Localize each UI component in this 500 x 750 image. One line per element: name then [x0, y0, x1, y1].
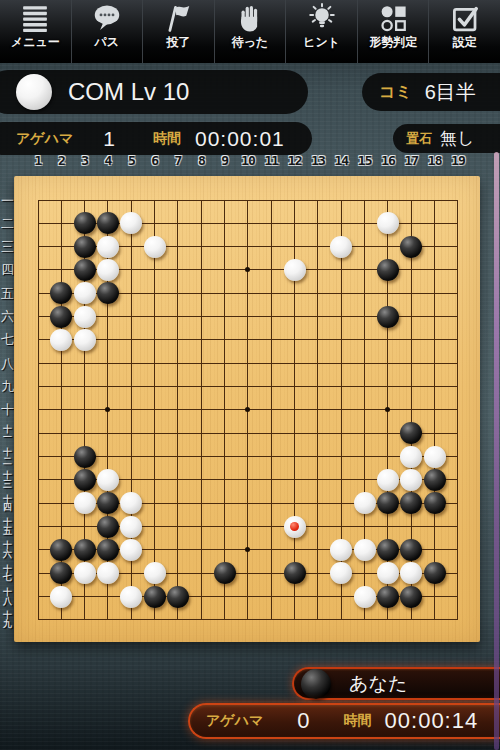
row-label: 十四	[0, 492, 15, 514]
stone-black	[74, 212, 96, 234]
row-label: 一	[0, 189, 15, 211]
stone-black	[74, 259, 96, 281]
row-label: 十一	[0, 422, 15, 444]
col-label: 8	[189, 153, 213, 173]
resign-button-label: 投了	[166, 34, 190, 51]
star-point	[245, 547, 250, 552]
col-label: 7	[166, 153, 190, 173]
stone-white	[284, 516, 306, 538]
stone-white	[74, 282, 96, 304]
row-label: 六	[0, 306, 15, 328]
stone-white	[74, 562, 96, 584]
star-point	[105, 407, 110, 412]
black-stone-icon	[301, 669, 331, 699]
stone-black	[400, 539, 422, 561]
stone-white	[97, 469, 119, 491]
stone-black	[284, 562, 306, 584]
stone-white	[144, 562, 166, 584]
stone-white	[400, 562, 422, 584]
stone-black	[74, 539, 96, 561]
undo-button[interactable]: 待った	[214, 0, 286, 63]
stone-white	[74, 306, 96, 328]
black-player-bar: あなた	[292, 667, 500, 700]
row-label: 十七	[0, 562, 15, 584]
black-time-label: 時間	[344, 712, 372, 730]
stone-black	[377, 586, 399, 608]
row-label: 十	[0, 399, 15, 421]
komi-bar: コミ 6目半	[362, 73, 500, 111]
col-label: 5	[119, 153, 143, 173]
hint-button-label: ヒント	[303, 34, 340, 51]
stone-white	[400, 446, 422, 468]
pass-button-label: パス	[95, 34, 120, 51]
star-point	[245, 267, 250, 272]
menu-button-label: メニュー	[11, 34, 60, 51]
row-label: 十五	[0, 516, 15, 538]
star-point	[245, 407, 250, 412]
stone-white	[74, 329, 96, 351]
stone-white	[120, 516, 142, 538]
stone-black	[144, 586, 166, 608]
white-player-bar: COM Lv 10	[0, 70, 308, 114]
white-capture-time-bar: アゲハマ 1 時間 00:00:01	[0, 122, 312, 155]
go-app-screen: メニュー パス 投了 待った	[0, 0, 500, 750]
pass-button[interactable]: パス	[71, 0, 143, 63]
settings-button-label: 設定	[453, 34, 477, 51]
grid-line-vertical	[434, 200, 435, 621]
col-label: 11	[259, 153, 283, 173]
col-label: 13	[306, 153, 330, 173]
white-agehama-value: 1	[103, 127, 115, 151]
stone-white	[354, 492, 376, 514]
stone-white	[97, 562, 119, 584]
stone-black	[97, 212, 119, 234]
stone-white	[120, 586, 142, 608]
grid-line-vertical	[271, 200, 272, 621]
row-label: 八	[0, 352, 15, 374]
col-label: 3	[73, 153, 97, 173]
lightbulb-icon	[307, 3, 337, 33]
grid-line-horizontal	[38, 619, 459, 620]
white-player-name: COM Lv 10	[68, 78, 189, 106]
stone-black	[50, 306, 72, 328]
stone-black	[424, 469, 446, 491]
stone-black	[74, 236, 96, 258]
judge-button-label: 形勢判定	[369, 34, 417, 51]
row-label: 十八	[0, 586, 15, 608]
row-label: 九	[0, 376, 15, 398]
stone-black	[377, 492, 399, 514]
handicap-value: 無し	[440, 127, 474, 150]
scrollbar[interactable]	[494, 152, 499, 750]
stone-black	[97, 492, 119, 514]
black-capture-time-bar: アゲハマ 0 時間 00:00:14	[188, 703, 500, 739]
stone-white	[120, 212, 142, 234]
stone-white	[330, 236, 352, 258]
stone-white	[120, 492, 142, 514]
row-label: 十九	[0, 609, 15, 631]
shapes-icon	[378, 3, 408, 33]
stone-black	[50, 562, 72, 584]
stone-black	[377, 539, 399, 561]
last-move-marker	[290, 522, 299, 531]
go-board[interactable]	[14, 176, 480, 642]
stone-white	[144, 236, 166, 258]
stone-black	[400, 492, 422, 514]
stone-black	[400, 236, 422, 258]
star-point	[385, 407, 390, 412]
grid-line-vertical	[317, 200, 318, 621]
stone-white	[50, 329, 72, 351]
toolbar: メニュー パス 投了 待った	[0, 0, 500, 63]
stone-black	[97, 282, 119, 304]
resign-button[interactable]: 投了	[142, 0, 214, 63]
stone-black	[214, 562, 236, 584]
col-label: 17	[399, 153, 423, 173]
stone-white	[354, 586, 376, 608]
white-time-value: 00:00:01	[195, 127, 285, 151]
stone-white	[284, 259, 306, 281]
grid-line-horizontal	[38, 433, 459, 434]
col-label: 9	[213, 153, 237, 173]
row-label: 四	[0, 259, 15, 281]
stone-white	[424, 446, 446, 468]
stone-black	[50, 282, 72, 304]
col-label: 15	[353, 153, 377, 173]
col-label: 2	[49, 153, 73, 173]
col-label: 6	[143, 153, 167, 173]
stone-black	[74, 469, 96, 491]
stone-black	[74, 446, 96, 468]
stone-white	[377, 212, 399, 234]
stone-white	[97, 259, 119, 281]
grid-line-vertical	[457, 200, 458, 621]
stone-black	[377, 306, 399, 328]
black-agehama-value: 0	[297, 708, 309, 734]
stone-black	[377, 259, 399, 281]
menu-icon	[20, 3, 50, 33]
stone-white	[354, 539, 376, 561]
speech-bubble-icon	[92, 3, 122, 33]
row-label: 十二	[0, 446, 15, 468]
handicap-label: 置石	[406, 130, 432, 148]
row-label: 三	[0, 236, 15, 258]
stone-white	[330, 562, 352, 584]
komi-label: コミ	[379, 82, 412, 103]
col-label: 12	[283, 153, 307, 173]
stone-white	[74, 492, 96, 514]
stone-black	[50, 539, 72, 561]
hint-button[interactable]: ヒント	[285, 0, 357, 63]
col-label: 19	[446, 153, 470, 173]
black-agehama-label: アゲハマ	[206, 712, 263, 730]
stone-white	[400, 469, 422, 491]
hand-icon	[235, 3, 265, 33]
col-label: 10	[236, 153, 260, 173]
komi-value: 6目半	[425, 79, 476, 106]
col-label: 16	[376, 153, 400, 173]
row-label: 十三	[0, 469, 15, 491]
menu-button[interactable]: メニュー	[0, 0, 71, 63]
black-player-name: あなた	[349, 671, 407, 697]
stone-black	[167, 586, 189, 608]
row-label: 二	[0, 212, 15, 234]
white-time-label: 時間	[153, 130, 181, 148]
settings-button[interactable]: 設定	[428, 0, 500, 63]
grid-line-horizontal	[38, 456, 459, 457]
stone-white	[377, 562, 399, 584]
flag-icon	[163, 3, 193, 33]
col-label: 18	[423, 153, 447, 173]
row-label: 七	[0, 329, 15, 351]
stone-white	[50, 586, 72, 608]
handicap-bar: 置石 無し	[393, 124, 500, 153]
black-time-value: 00:00:14	[385, 708, 479, 734]
col-label: 14	[329, 153, 353, 173]
row-label: 五	[0, 282, 15, 304]
white-agehama-label: アゲハマ	[16, 130, 73, 148]
col-label: 1	[26, 153, 50, 173]
stone-black	[97, 539, 119, 561]
stone-black	[424, 562, 446, 584]
stone-black	[400, 586, 422, 608]
col-label: 4	[96, 153, 120, 173]
checkbox-icon	[450, 3, 480, 33]
stone-black	[97, 516, 119, 538]
stone-white	[120, 539, 142, 561]
stone-white	[97, 236, 119, 258]
judge-button[interactable]: 形勢判定	[357, 0, 429, 63]
stone-white	[330, 539, 352, 561]
stone-black	[400, 422, 422, 444]
stone-black	[424, 492, 446, 514]
row-label: 十六	[0, 539, 15, 561]
undo-button-label: 待った	[232, 34, 269, 51]
stone-white	[377, 469, 399, 491]
white-stone-icon	[16, 74, 52, 110]
